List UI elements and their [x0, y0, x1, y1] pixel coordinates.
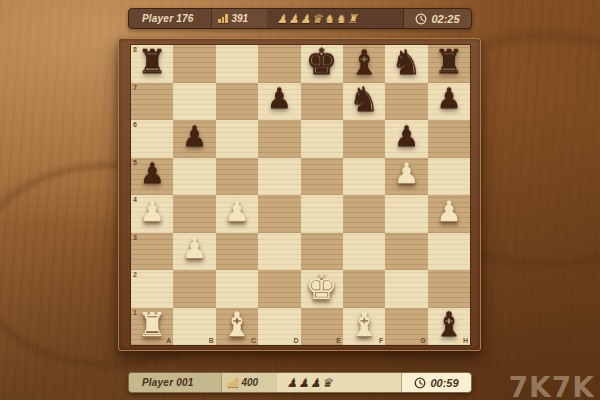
captured-queen-icon: ♛: [322, 377, 333, 389]
rank-label: 8: [133, 46, 137, 53]
bottom-player-bar: Player 001 400 ♟♟♟♛ 00:59: [128, 372, 472, 393]
square-c1[interactable]: C♝: [216, 308, 258, 346]
piece-black-pawn[interactable]: ♟: [394, 123, 419, 151]
square-h3[interactable]: [428, 233, 470, 271]
captured-knight-icon: ♞: [335, 13, 346, 25]
square-e7[interactable]: [301, 83, 343, 121]
file-label: F: [379, 337, 383, 344]
square-d1[interactable]: D: [258, 308, 300, 346]
square-g7[interactable]: [385, 83, 427, 121]
square-a3[interactable]: 3: [131, 233, 173, 271]
square-a2[interactable]: 2: [131, 270, 173, 308]
square-d5[interactable]: [258, 158, 300, 196]
square-c6[interactable]: [216, 120, 258, 158]
top-player-bar: Player 176 391 ♟♟♟♛♞♞♜ 02:25: [128, 8, 472, 29]
site-logo: 7K7K: [509, 371, 595, 400]
top-timer-segment: 02:25: [403, 9, 471, 28]
piece-black-pawn[interactable]: ♟: [140, 160, 165, 188]
piece-black-bishop[interactable]: ♝: [434, 307, 464, 341]
square-a5[interactable]: 5♟: [131, 158, 173, 196]
square-d2[interactable]: [258, 270, 300, 308]
square-b2[interactable]: [173, 270, 215, 308]
file-label: E: [336, 337, 341, 344]
square-a1[interactable]: 1A♜: [131, 308, 173, 346]
captured-queen-icon: ♛: [312, 13, 323, 25]
bottom-player-score-segment: 400: [221, 373, 277, 392]
rank-label: 6: [133, 121, 137, 128]
rank-label: 7: [133, 84, 137, 91]
top-player-name-segment: Player 176: [129, 9, 211, 28]
square-b4[interactable]: [173, 195, 215, 233]
square-h2[interactable]: [428, 270, 470, 308]
captured-pawn-icon: ♟: [310, 377, 321, 389]
square-g6[interactable]: ♟: [385, 120, 427, 158]
piece-white-bishop[interactable]: ♝: [349, 307, 379, 341]
square-c4[interactable]: ♟: [216, 195, 258, 233]
captured-knight-icon: ♞: [324, 13, 335, 25]
top-player-score: 391: [232, 13, 249, 24]
square-d4[interactable]: [258, 195, 300, 233]
piece-white-pawn[interactable]: ♟: [140, 198, 165, 226]
square-a6[interactable]: 6: [131, 120, 173, 158]
square-e2[interactable]: ♚: [301, 270, 343, 308]
bottom-player-score: 400: [242, 377, 259, 388]
square-g4[interactable]: [385, 195, 427, 233]
square-f5[interactable]: [343, 158, 385, 196]
square-f1[interactable]: F♝: [343, 308, 385, 346]
bottom-player-name-segment: Player 001: [129, 373, 221, 392]
square-e6[interactable]: [301, 120, 343, 158]
square-e4[interactable]: [301, 195, 343, 233]
file-label: D: [294, 337, 299, 344]
square-h8[interactable]: ♜: [428, 45, 470, 83]
square-f6[interactable]: [343, 120, 385, 158]
rank-label: 1: [133, 309, 137, 316]
rank-label: 5: [133, 159, 137, 166]
square-a4[interactable]: 4♟: [131, 195, 173, 233]
square-g2[interactable]: [385, 270, 427, 308]
square-h6[interactable]: [428, 120, 470, 158]
square-d3[interactable]: [258, 233, 300, 271]
square-b6[interactable]: ♟: [173, 120, 215, 158]
clock-icon: [414, 377, 426, 389]
bottom-timer-segment: 00:59: [401, 373, 471, 392]
square-a8[interactable]: 8♜: [131, 45, 173, 83]
square-c8[interactable]: [216, 45, 258, 83]
rank-label: 2: [133, 271, 137, 278]
piece-black-pawn[interactable]: ♟: [267, 85, 292, 113]
bar-chart-icon: [228, 378, 238, 387]
rank-label: 4: [133, 196, 137, 203]
piece-white-king[interactable]: ♚: [306, 269, 338, 305]
piece-white-pawn[interactable]: ♟: [182, 235, 207, 263]
square-e3[interactable]: [301, 233, 343, 271]
square-f4[interactable]: [343, 195, 385, 233]
piece-black-knight[interactable]: ♞: [349, 82, 379, 116]
piece-white-bishop[interactable]: ♝: [222, 307, 252, 341]
piece-white-pawn[interactable]: ♟: [224, 198, 249, 226]
square-c2[interactable]: [216, 270, 258, 308]
square-b7[interactable]: [173, 83, 215, 121]
top-player-score-segment: 391: [211, 9, 267, 28]
square-h7[interactable]: ♟: [428, 83, 470, 121]
piece-white-pawn[interactable]: ♟: [394, 160, 419, 188]
square-h5[interactable]: [428, 158, 470, 196]
square-h1[interactable]: H♝: [428, 308, 470, 346]
piece-black-rook[interactable]: ♜: [434, 45, 464, 78]
square-e8[interactable]: ♚: [301, 45, 343, 83]
square-a7[interactable]: 7: [131, 83, 173, 121]
square-c5[interactable]: [216, 158, 258, 196]
top-player-name: Player 176: [142, 13, 194, 24]
file-label: A: [166, 337, 171, 344]
rank-label: 3: [133, 234, 137, 241]
captured-pawn-icon: ♟: [287, 377, 298, 389]
top-timer: 02:25: [431, 13, 459, 25]
piece-white-rook[interactable]: ♜: [137, 308, 167, 341]
square-b8[interactable]: [173, 45, 215, 83]
clock-icon: [415, 13, 427, 25]
captured-pawn-icon: ♟: [277, 13, 288, 25]
square-f7[interactable]: ♞: [343, 83, 385, 121]
captured-pawn-icon: ♟: [298, 377, 309, 389]
bar-chart-icon: [218, 14, 228, 23]
square-g3[interactable]: [385, 233, 427, 271]
square-b5[interactable]: [173, 158, 215, 196]
top-captured-tray: ♟♟♟♛♞♞♜: [276, 13, 358, 25]
game-stage: Player 176 391 ♟♟♟♛♞♞♜ 02:25 8♜♚♝♞♜7♟♞♟6…: [0, 0, 600, 400]
square-e1[interactable]: E: [301, 308, 343, 346]
piece-black-bishop[interactable]: ♝: [349, 45, 379, 79]
square-f3[interactable]: [343, 233, 385, 271]
square-b1[interactable]: B: [173, 308, 215, 346]
file-label: G: [420, 337, 425, 344]
square-c7[interactable]: [216, 83, 258, 121]
square-g5[interactable]: ♟: [385, 158, 427, 196]
square-g8[interactable]: ♞: [385, 45, 427, 83]
square-e5[interactable]: [301, 158, 343, 196]
bottom-captured-tray: ♟♟♟♛: [286, 377, 333, 389]
square-h4[interactable]: ♟: [428, 195, 470, 233]
square-c3[interactable]: [216, 233, 258, 271]
captured-pawn-icon: ♟: [300, 13, 311, 25]
captured-pawn-icon: ♟: [288, 13, 299, 25]
piece-black-pawn[interactable]: ♟: [182, 123, 207, 151]
piece-black-king[interactable]: ♚: [306, 44, 338, 80]
piece-black-pawn[interactable]: ♟: [436, 85, 461, 113]
piece-black-rook[interactable]: ♜: [137, 45, 167, 78]
square-f8[interactable]: ♝: [343, 45, 385, 83]
board-frame: 8♜♚♝♞♜7♟♞♟6♟♟5♟♟4♟♟♟3♟2♚1A♜BC♝DEF♝GH♝: [118, 38, 481, 351]
square-d6[interactable]: [258, 120, 300, 158]
square-d7[interactable]: ♟: [258, 83, 300, 121]
bottom-timer: 00:59: [430, 377, 458, 389]
square-b3[interactable]: ♟: [173, 233, 215, 271]
bottom-player-name: Player 001: [142, 377, 194, 388]
square-d8[interactable]: [258, 45, 300, 83]
chess-board[interactable]: 8♜♚♝♞♜7♟♞♟6♟♟5♟♟4♟♟♟3♟2♚1A♜BC♝DEF♝GH♝: [131, 45, 470, 345]
square-g1[interactable]: G: [385, 308, 427, 346]
captured-rook-icon: ♜: [347, 13, 358, 25]
piece-white-pawn[interactable]: ♟: [436, 198, 461, 226]
square-f2[interactable]: [343, 270, 385, 308]
piece-black-knight[interactable]: ♞: [391, 45, 421, 79]
file-label: B: [209, 337, 214, 344]
